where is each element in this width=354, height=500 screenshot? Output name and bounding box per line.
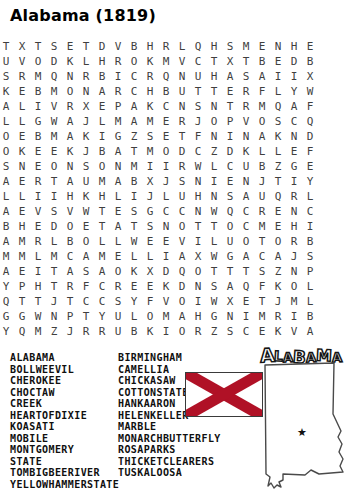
grid-cell: A xyxy=(94,264,110,279)
alabama-map-outline: ★ xyxy=(258,360,346,490)
grid-cell: C xyxy=(158,204,174,219)
grid-cell: K xyxy=(158,279,174,294)
grid-cell: O xyxy=(0,129,14,144)
grid-cell: U xyxy=(190,69,206,84)
word-list-item: ALABAMA xyxy=(10,352,119,364)
grid-cell: Q xyxy=(0,294,14,309)
grid-cell: M xyxy=(238,39,254,54)
grid-cell: A xyxy=(0,99,14,114)
grid-cell: A xyxy=(62,129,78,144)
grid-cell: K xyxy=(270,324,286,339)
grid-cell: K xyxy=(0,84,14,99)
grid-cell: I xyxy=(286,69,302,84)
grid-cell: E xyxy=(270,54,286,69)
grid-cell: S xyxy=(78,264,94,279)
grid-cell: A xyxy=(0,204,14,219)
grid-cell: U xyxy=(0,54,14,69)
grid-cell: E xyxy=(222,84,238,99)
grid-cell: S xyxy=(142,219,158,234)
grid-cell: A xyxy=(270,249,286,264)
grid-cell: M xyxy=(30,69,46,84)
grid-cell: R xyxy=(286,234,302,249)
grid-cell: Q xyxy=(302,114,318,129)
grid-cell: K xyxy=(270,279,286,294)
grid-cell: Q xyxy=(190,39,206,54)
grid-cell: T xyxy=(126,144,142,159)
montgomery-star: ★ xyxy=(297,426,307,439)
grid-cell: L xyxy=(302,279,318,294)
grid-cell: I xyxy=(110,69,126,84)
grid-cell: C xyxy=(302,204,318,219)
worksheet-page: Alabama (1819) TXTSETDVBHRLQHSMENHEUVODK… xyxy=(0,0,354,500)
grid-cell: S xyxy=(110,294,126,309)
grid-cell: D xyxy=(222,144,238,159)
grid-cell: C xyxy=(126,84,142,99)
grid-cell: T xyxy=(126,219,142,234)
grid-cell: N xyxy=(286,204,302,219)
grid-cell: A xyxy=(126,114,142,129)
grid-cell: R xyxy=(30,174,46,189)
grid-cell: I xyxy=(30,264,46,279)
grid-cell: A xyxy=(302,324,318,339)
grid-cell: K xyxy=(62,144,78,159)
grid-cell: R xyxy=(238,99,254,114)
grid-cell: R xyxy=(110,279,126,294)
grid-cell: A xyxy=(174,309,190,324)
grid-cell: M xyxy=(158,54,174,69)
grid-cell: G xyxy=(222,249,238,264)
grid-cell: D xyxy=(302,129,318,144)
page-title: Alabama (1819) xyxy=(10,6,156,25)
grid-cell: E xyxy=(222,174,238,189)
grid-cell: E xyxy=(142,279,158,294)
grid-cell: K xyxy=(14,144,30,159)
grid-cell: M xyxy=(254,309,270,324)
grid-cell: Y xyxy=(0,279,14,294)
grid-cell: N xyxy=(62,159,78,174)
grid-cell: S xyxy=(222,189,238,204)
grid-cell: K xyxy=(78,189,94,204)
grid-cell: N xyxy=(46,309,62,324)
grid-cell: T xyxy=(78,309,94,324)
grid-cell: L xyxy=(0,114,14,129)
grid-cell: R xyxy=(174,159,190,174)
grid-cell: L xyxy=(270,84,286,99)
grid-cell: M xyxy=(110,114,126,129)
grid-cell: J xyxy=(270,294,286,309)
grid-cell: B xyxy=(302,54,318,69)
word-list-item: STATE xyxy=(10,456,119,468)
word-list-item: CREEK xyxy=(10,398,119,410)
grid-cell: O xyxy=(174,324,190,339)
grid-cell: V xyxy=(110,39,126,54)
grid-cell: C xyxy=(62,249,78,264)
word-list-item: KOASATI xyxy=(10,421,119,433)
grid-cell: R xyxy=(78,69,94,84)
grid-cell: L xyxy=(0,189,14,204)
grid-cell: M xyxy=(286,294,302,309)
grid-cell: H xyxy=(94,189,110,204)
grid-cell: B xyxy=(126,174,142,189)
grid-cell: O xyxy=(126,54,142,69)
grid-cell: G xyxy=(142,204,158,219)
grid-cell: E xyxy=(238,294,254,309)
grid-cell: I xyxy=(190,234,206,249)
grid-cell: D xyxy=(174,279,190,294)
grid-cell: N xyxy=(190,204,206,219)
grid-cell: R xyxy=(30,234,46,249)
grid-cell: O xyxy=(0,144,14,159)
grid-cell: E xyxy=(142,234,158,249)
grid-cell: C xyxy=(78,294,94,309)
grid-cell: T xyxy=(14,294,30,309)
grid-cell: E xyxy=(78,219,94,234)
grid-cell: A xyxy=(222,69,238,84)
grid-cell: N xyxy=(190,174,206,189)
grid-cell: G xyxy=(30,114,46,129)
grid-cell: S xyxy=(254,264,270,279)
word-list-item: MOBILE xyxy=(10,433,119,445)
grid-cell: N xyxy=(286,129,302,144)
grid-cell: L xyxy=(94,234,110,249)
grid-cell: T xyxy=(206,54,222,69)
grid-cell: Z xyxy=(46,324,62,339)
grid-cell: M xyxy=(254,219,270,234)
grid-cell: T xyxy=(30,39,46,54)
grid-cell: O xyxy=(254,114,270,129)
grid-cell: X xyxy=(142,174,158,189)
grid-cell: R xyxy=(14,69,30,84)
grid-cell: B xyxy=(254,54,270,69)
grid-cell: E xyxy=(14,204,30,219)
grid-cell: W xyxy=(206,294,222,309)
grid-cell: H xyxy=(190,189,206,204)
grid-cell: E xyxy=(270,219,286,234)
grid-cell: C xyxy=(190,54,206,69)
grid-cell: T xyxy=(270,174,286,189)
grid-cell: O xyxy=(174,219,190,234)
grid-cell: M xyxy=(30,324,46,339)
grid-cell: E xyxy=(14,264,30,279)
word-list-item: MONTGOMERY xyxy=(10,444,119,456)
grid-cell: I xyxy=(30,99,46,114)
grid-cell: L xyxy=(270,144,286,159)
grid-cell: S xyxy=(206,279,222,294)
grid-cell: E xyxy=(158,114,174,129)
grid-cell: V xyxy=(62,204,78,219)
grid-cell: M xyxy=(46,84,62,99)
grid-cell: N xyxy=(206,99,222,114)
grid-cell: E xyxy=(14,174,30,189)
grid-cell: C xyxy=(238,204,254,219)
grid-cell: X xyxy=(302,69,318,84)
grid-cell: E xyxy=(14,129,30,144)
grid-cell: G xyxy=(286,159,302,174)
grid-cell: O xyxy=(46,159,62,174)
grid-cell: Z xyxy=(270,159,286,174)
grid-cell: E xyxy=(302,39,318,54)
word-list-item: THICKETCLEARERS xyxy=(118,456,221,468)
grid-cell: K xyxy=(62,54,78,69)
word-list-item: CHEROKEE xyxy=(10,375,119,387)
grid-cell: A xyxy=(0,174,14,189)
grid-cell: X xyxy=(222,54,238,69)
grid-cell: A xyxy=(238,189,254,204)
grid-cell: K xyxy=(126,264,142,279)
grid-cell: F xyxy=(254,279,270,294)
grid-cell: Y xyxy=(94,309,110,324)
grid-cell: X xyxy=(222,294,238,309)
grid-cell: W xyxy=(46,114,62,129)
grid-cell: J xyxy=(78,144,94,159)
grid-cell: L xyxy=(78,54,94,69)
grid-cell: I xyxy=(30,189,46,204)
grid-cell: T xyxy=(190,84,206,99)
grid-cell: O xyxy=(222,219,238,234)
grid-cell: N xyxy=(110,159,126,174)
grid-cell: L xyxy=(110,234,126,249)
grid-cell: Q xyxy=(174,264,190,279)
grid-cell: R xyxy=(270,309,286,324)
grid-cell: S xyxy=(46,39,62,54)
grid-cell: Q xyxy=(46,69,62,84)
grid-cell: E xyxy=(110,204,126,219)
grid-cell: K xyxy=(142,54,158,69)
grid-cell: T xyxy=(46,279,62,294)
grid-cell: M xyxy=(0,249,14,264)
grid-cell: H xyxy=(62,189,78,204)
grid-cell: L xyxy=(254,144,270,159)
grid-cell: I xyxy=(302,219,318,234)
grid-cell: C xyxy=(126,69,142,84)
grid-cell: E xyxy=(302,159,318,174)
grid-cell: S xyxy=(238,69,254,84)
grid-cell: S xyxy=(302,249,318,264)
grid-cell: U xyxy=(222,234,238,249)
grid-cell: T xyxy=(206,219,222,234)
grid-cell: H xyxy=(142,84,158,99)
grid-cell: I xyxy=(158,159,174,174)
grid-cell: W xyxy=(78,204,94,219)
grid-cell: Q xyxy=(270,189,286,204)
grid-cell: A xyxy=(238,249,254,264)
grid-cell: Z xyxy=(206,324,222,339)
grid-cell: R xyxy=(62,279,78,294)
grid-cell: A xyxy=(286,99,302,114)
grid-cell: H xyxy=(206,69,222,84)
word-list-item: BIRMINGHAM xyxy=(118,352,221,364)
grid-cell: G xyxy=(0,309,14,324)
grid-cell: O xyxy=(238,234,254,249)
grid-cell: M xyxy=(46,129,62,144)
grid-cell: E xyxy=(62,39,78,54)
grid-cell: W xyxy=(126,234,142,249)
grid-cell: N xyxy=(62,69,78,84)
grid-cell: B xyxy=(94,144,110,159)
grid-cell: O xyxy=(94,159,110,174)
grid-cell: L xyxy=(126,309,142,324)
alabama-flag xyxy=(185,372,263,417)
grid-cell: T xyxy=(174,129,190,144)
grid-cell: Y xyxy=(0,324,14,339)
grid-cell: B xyxy=(158,84,174,99)
grid-cell: O xyxy=(30,54,46,69)
grid-cell: V xyxy=(158,294,174,309)
grid-cell: E xyxy=(254,324,270,339)
grid-cell: L xyxy=(126,249,142,264)
grid-cell: T xyxy=(46,174,62,189)
grid-cell: S xyxy=(46,204,62,219)
grid-cell: L xyxy=(14,189,30,204)
word-list-item: CHOCTAW xyxy=(10,387,119,399)
grid-cell: H xyxy=(94,54,110,69)
grid-cell: F xyxy=(254,84,270,99)
grid-cell: E xyxy=(30,144,46,159)
grid-cell: B xyxy=(62,234,78,249)
grid-cell: K xyxy=(238,144,254,159)
grid-cell: O xyxy=(270,234,286,249)
grid-cell: S xyxy=(174,174,190,189)
grid-cell: A xyxy=(0,234,14,249)
grid-cell: A xyxy=(62,114,78,129)
grid-cell: X xyxy=(142,264,158,279)
grid-cell: J xyxy=(254,174,270,189)
grid-cell: T xyxy=(190,219,206,234)
grid-cell: N xyxy=(270,39,286,54)
grid-cell: I xyxy=(46,189,62,204)
grid-cell: N xyxy=(286,264,302,279)
grid-cell: R xyxy=(254,204,270,219)
word-list-item: MONARCHBUTTERFLY xyxy=(118,433,221,445)
grid-cell: S xyxy=(0,159,14,174)
grid-cell: E xyxy=(30,219,46,234)
grid-cell: A xyxy=(254,69,270,84)
grid-cell: B xyxy=(0,219,14,234)
grid-cell: H xyxy=(142,39,158,54)
grid-cell: B xyxy=(30,129,46,144)
grid-cell: E xyxy=(46,144,62,159)
grid-cell: J xyxy=(158,174,174,189)
grid-cell: S xyxy=(78,159,94,174)
grid-cell: A xyxy=(126,99,142,114)
grid-cell: P xyxy=(302,264,318,279)
grid-cell: S xyxy=(126,204,142,219)
grid-cell: P xyxy=(222,114,238,129)
grid-cell: E xyxy=(158,234,174,249)
grid-cell: F xyxy=(302,144,318,159)
grid-cell: T xyxy=(46,264,62,279)
grid-cell: H xyxy=(286,39,302,54)
grid-cell: E xyxy=(14,84,30,99)
grid-cell: J xyxy=(46,294,62,309)
grid-cell: M xyxy=(126,159,142,174)
grid-cell: V xyxy=(174,54,190,69)
grid-cell: M xyxy=(142,144,158,159)
grid-cell: T xyxy=(30,294,46,309)
grid-cell: U xyxy=(254,189,270,204)
grid-cell: E xyxy=(270,204,286,219)
grid-cell: L xyxy=(302,294,318,309)
word-list-item: ROSAPARKS xyxy=(118,444,221,456)
grid-cell: I xyxy=(158,324,174,339)
grid-cell: A xyxy=(62,264,78,279)
grid-cell: S xyxy=(222,39,238,54)
grid-cell: O xyxy=(62,84,78,99)
grid-cell: R xyxy=(286,189,302,204)
grid-cell: L xyxy=(174,39,190,54)
grid-cell: R xyxy=(110,84,126,99)
grid-cell: S xyxy=(0,69,14,84)
grid-cell: T xyxy=(62,294,78,309)
grid-cell: Q xyxy=(14,324,30,339)
grid-cell: N xyxy=(238,129,254,144)
grid-cell: I xyxy=(206,174,222,189)
grid-cell: E xyxy=(126,279,142,294)
grid-cell: L xyxy=(46,234,62,249)
grid-cell: I xyxy=(238,309,254,324)
grid-cell: H xyxy=(206,39,222,54)
grid-cell: A xyxy=(62,174,78,189)
grid-cell: W xyxy=(30,309,46,324)
grid-cell: E xyxy=(94,99,110,114)
grid-cell: B xyxy=(254,159,270,174)
grid-cell: L xyxy=(30,249,46,264)
grid-cell: S xyxy=(142,129,158,144)
grid-cell: F xyxy=(302,99,318,114)
grid-cell: Z xyxy=(206,144,222,159)
grid-cell: Q xyxy=(222,204,238,219)
grid-cell: R xyxy=(158,39,174,54)
grid-cell: W xyxy=(206,204,222,219)
grid-cell: O xyxy=(174,294,190,309)
grid-cell: T xyxy=(238,54,254,69)
grid-cell: B xyxy=(94,69,110,84)
grid-cell: A xyxy=(110,144,126,159)
grid-cell: K xyxy=(78,129,94,144)
grid-cell: R xyxy=(110,54,126,69)
grid-cell: Y xyxy=(286,84,302,99)
grid-cell: K xyxy=(142,324,158,339)
grid-cell: T xyxy=(206,264,222,279)
grid-cell: V xyxy=(30,204,46,219)
grid-cell: D xyxy=(174,144,190,159)
grid-cell: A xyxy=(78,249,94,264)
grid-cell: N xyxy=(14,159,30,174)
grid-cell: O xyxy=(190,264,206,279)
grid-cell: J xyxy=(142,189,158,204)
grid-cell: A xyxy=(0,264,14,279)
grid-cell: M xyxy=(158,309,174,324)
grid-cell: G xyxy=(14,309,30,324)
grid-cell: W xyxy=(190,159,206,174)
grid-cell: B xyxy=(302,234,318,249)
grid-cell: U xyxy=(174,189,190,204)
grid-cell: C xyxy=(94,279,110,294)
grid-cell: N xyxy=(174,99,190,114)
grid-cell: N xyxy=(206,129,222,144)
grid-cell: R xyxy=(190,324,206,339)
grid-cell: N xyxy=(78,84,94,99)
grid-cell: V xyxy=(286,324,302,339)
grid-cell: O xyxy=(206,114,222,129)
grid-cell: E xyxy=(254,39,270,54)
grid-cell: K xyxy=(270,129,286,144)
grid-cell: Q xyxy=(238,279,254,294)
grid-cell: F xyxy=(78,279,94,294)
grid-cell: R xyxy=(142,69,158,84)
grid-cell: V xyxy=(14,54,30,69)
grid-cell: P xyxy=(14,279,30,294)
